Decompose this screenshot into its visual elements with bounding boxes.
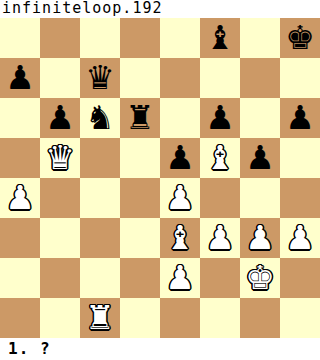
square-h7[interactable] — [280, 58, 320, 98]
white-pawn-icon: ♟ — [205, 218, 235, 258]
white-pawn-icon: ♟ — [5, 178, 35, 218]
square-h4[interactable] — [280, 178, 320, 218]
square-g1[interactable] — [240, 298, 280, 338]
white-bishop-icon: ♝ — [165, 218, 195, 258]
square-c5[interactable] — [80, 138, 120, 178]
black-pawn-icon: ♟ — [285, 98, 315, 138]
square-b7[interactable] — [40, 58, 80, 98]
black-king-icon: ♚ — [285, 18, 315, 58]
black-rook-icon: ♜ — [125, 98, 155, 138]
square-c6[interactable]: ♞ — [80, 98, 120, 138]
square-a1[interactable] — [0, 298, 40, 338]
white-pawn-icon: ♟ — [165, 258, 195, 298]
square-b3[interactable] — [40, 218, 80, 258]
white-pawn-icon: ♟ — [245, 218, 275, 258]
black-pawn-icon: ♟ — [45, 98, 75, 138]
square-c7[interactable]: ♛ — [80, 58, 120, 98]
square-b6[interactable]: ♟ — [40, 98, 80, 138]
move-prompt: 1. ? — [0, 338, 320, 360]
square-c1[interactable]: ♜ — [80, 298, 120, 338]
square-g2[interactable]: ♚ — [240, 258, 280, 298]
square-f3[interactable]: ♟ — [200, 218, 240, 258]
square-e8[interactable] — [160, 18, 200, 58]
square-d5[interactable] — [120, 138, 160, 178]
square-f1[interactable] — [200, 298, 240, 338]
square-g8[interactable] — [240, 18, 280, 58]
square-d8[interactable] — [120, 18, 160, 58]
white-pawn-icon: ♟ — [165, 178, 195, 218]
square-g3[interactable]: ♟ — [240, 218, 280, 258]
white-pawn-icon: ♟ — [285, 218, 315, 258]
white-rook-icon: ♜ — [85, 298, 115, 338]
square-b4[interactable] — [40, 178, 80, 218]
square-a8[interactable] — [0, 18, 40, 58]
black-knight-icon: ♞ — [85, 98, 115, 138]
black-pawn-icon: ♟ — [205, 98, 235, 138]
square-e5[interactable]: ♟ — [160, 138, 200, 178]
white-king-icon: ♚ — [245, 258, 275, 298]
square-a5[interactable] — [0, 138, 40, 178]
square-a3[interactable] — [0, 218, 40, 258]
square-c3[interactable] — [80, 218, 120, 258]
square-g7[interactable] — [240, 58, 280, 98]
square-e1[interactable] — [160, 298, 200, 338]
square-d6[interactable]: ♜ — [120, 98, 160, 138]
square-d3[interactable] — [120, 218, 160, 258]
square-d7[interactable] — [120, 58, 160, 98]
square-d2[interactable] — [120, 258, 160, 298]
square-g4[interactable] — [240, 178, 280, 218]
square-h3[interactable]: ♟ — [280, 218, 320, 258]
square-a7[interactable]: ♟ — [0, 58, 40, 98]
square-d1[interactable] — [120, 298, 160, 338]
square-c2[interactable] — [80, 258, 120, 298]
square-e3[interactable]: ♝ — [160, 218, 200, 258]
black-pawn-icon: ♟ — [165, 138, 195, 178]
square-b5[interactable]: ♛ — [40, 138, 80, 178]
square-f8[interactable]: ♝ — [200, 18, 240, 58]
square-e4[interactable]: ♟ — [160, 178, 200, 218]
square-h2[interactable] — [280, 258, 320, 298]
black-pawn-icon: ♟ — [245, 138, 275, 178]
square-e7[interactable] — [160, 58, 200, 98]
square-h5[interactable] — [280, 138, 320, 178]
square-f4[interactable] — [200, 178, 240, 218]
square-c4[interactable] — [80, 178, 120, 218]
square-g6[interactable] — [240, 98, 280, 138]
chess-board: ♝♚♟♛♟♞♜♟♟♛♟♝♟♟♟♝♟♟♟♟♚♜ — [0, 18, 320, 338]
square-h8[interactable]: ♚ — [280, 18, 320, 58]
square-c8[interactable] — [80, 18, 120, 58]
square-b2[interactable] — [40, 258, 80, 298]
square-f5[interactable]: ♝ — [200, 138, 240, 178]
square-b1[interactable] — [40, 298, 80, 338]
square-f6[interactable]: ♟ — [200, 98, 240, 138]
square-h1[interactable] — [280, 298, 320, 338]
black-pawn-icon: ♟ — [5, 58, 35, 98]
black-bishop-icon: ♝ — [205, 18, 235, 58]
white-queen-icon: ♛ — [45, 138, 75, 178]
square-a6[interactable] — [0, 98, 40, 138]
square-d4[interactable] — [120, 178, 160, 218]
square-a4[interactable]: ♟ — [0, 178, 40, 218]
square-f2[interactable] — [200, 258, 240, 298]
square-f7[interactable] — [200, 58, 240, 98]
black-queen-icon: ♛ — [85, 58, 115, 98]
white-bishop-icon: ♝ — [205, 138, 235, 178]
square-g5[interactable]: ♟ — [240, 138, 280, 178]
square-e6[interactable] — [160, 98, 200, 138]
puzzle-title: infiniteloop.192 — [0, 0, 320, 18]
square-a2[interactable] — [0, 258, 40, 298]
square-b8[interactable] — [40, 18, 80, 58]
square-h6[interactable]: ♟ — [280, 98, 320, 138]
square-e2[interactable]: ♟ — [160, 258, 200, 298]
